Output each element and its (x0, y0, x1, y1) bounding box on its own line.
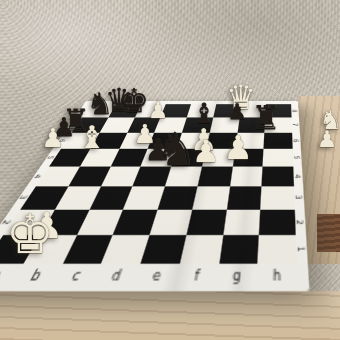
square-e7 (182, 118, 213, 133)
rank-label-8: 8 (285, 108, 305, 113)
square-f4 (197, 167, 232, 187)
square-g6 (235, 132, 265, 148)
file-labels-bottom: abcdefgh (0, 265, 298, 289)
rank-label-1: 1 (287, 244, 317, 255)
wooden-floor-bottom (0, 291, 340, 340)
rank-label-3: 3 (286, 194, 312, 202)
square-f3 (192, 187, 229, 210)
dark-wood-edge (317, 214, 340, 252)
square-g7 (237, 118, 265, 133)
rank-label-6: 6 (50, 137, 76, 143)
file-label-h: h (256, 265, 297, 289)
square-f6 (206, 132, 237, 148)
rank-label-5: 5 (37, 154, 65, 161)
rank-label-2: 2 (286, 217, 314, 226)
rank-label-5: 5 (286, 154, 309, 161)
file-label-e: e (132, 265, 179, 289)
rank-label-8: 8 (71, 108, 94, 113)
rank-label-7: 7 (285, 122, 306, 127)
square-g2 (223, 209, 261, 235)
square-f2 (186, 209, 226, 235)
square-f1 (179, 235, 222, 264)
square-f8 (213, 104, 241, 117)
square-f5 (202, 149, 235, 167)
square-e8 (187, 104, 216, 117)
square-e3 (158, 187, 197, 210)
file-label-g: g (215, 265, 258, 289)
rank-label-6: 6 (285, 137, 307, 143)
rank-label-3: 3 (8, 194, 39, 202)
photo-chess-scene: 87654321 87654321 abcdefgh ♛♛♚♞♟♟♝♜♞♜♟♟♟… (0, 0, 340, 340)
square-e6 (177, 132, 210, 148)
square-e2 (150, 209, 192, 235)
file-label-f: f (174, 265, 219, 289)
square-g3 (226, 187, 261, 210)
square-g1 (219, 235, 260, 264)
square-e4 (165, 167, 202, 187)
square-g5 (232, 149, 263, 167)
square-g4 (229, 167, 262, 187)
square-e5 (171, 149, 206, 167)
square-f7 (210, 118, 240, 133)
rank-label-4: 4 (23, 173, 52, 180)
rank-label-7: 7 (61, 122, 86, 127)
rank-label-4: 4 (286, 173, 311, 180)
square-g8 (239, 104, 266, 117)
